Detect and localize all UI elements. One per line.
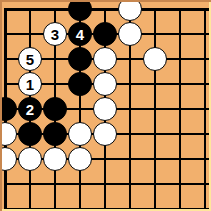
white-stone [93, 97, 117, 121]
white-stone [93, 47, 117, 71]
intersection [143, 72, 168, 97]
white-stone [43, 147, 67, 171]
white-stone: 1 [18, 72, 42, 96]
intersection [0, 47, 18, 72]
white-stone [18, 147, 42, 171]
white-stone [0, 147, 17, 171]
intersection [168, 122, 193, 147]
black-stone [68, 0, 92, 21]
intersection [93, 47, 118, 72]
intersection [43, 72, 68, 97]
intersection: 3 [43, 22, 68, 47]
intersection [168, 47, 193, 72]
black-stone: 4 [68, 22, 92, 46]
intersection [143, 172, 168, 197]
intersection [68, 147, 93, 172]
move-number-label: 3 [51, 26, 59, 41]
intersection [118, 172, 143, 197]
intersection [168, 97, 193, 122]
white-stone: 3 [43, 22, 67, 46]
white-stone [118, 0, 142, 21]
intersection [93, 72, 118, 97]
white-stone: 5 [18, 47, 42, 71]
intersection [68, 172, 93, 197]
move-number-label: 5 [26, 51, 34, 66]
white-stone [93, 122, 117, 146]
intersection [168, 72, 193, 97]
intersection [93, 172, 118, 197]
intersection [0, 172, 18, 197]
move-number-label: 1 [26, 76, 34, 91]
frame-edge-left [0, 0, 2, 211]
intersection [43, 0, 68, 22]
black-stone [43, 97, 67, 121]
intersection [143, 22, 168, 47]
black-stone [68, 47, 92, 71]
intersection [168, 22, 193, 47]
intersection [43, 97, 68, 122]
intersection [118, 22, 143, 47]
intersection [168, 147, 193, 172]
move-number-label: 4 [76, 26, 84, 41]
intersection [93, 122, 118, 147]
intersection [118, 72, 143, 97]
intersection [143, 0, 168, 22]
intersection [68, 122, 93, 147]
intersection [0, 22, 18, 47]
intersection [143, 122, 168, 147]
intersection [0, 97, 18, 122]
black-stone [68, 72, 92, 96]
intersection [0, 147, 18, 172]
move-number-label: 2 [26, 101, 34, 116]
white-stone [143, 47, 167, 71]
intersection [18, 0, 43, 22]
intersection [0, 122, 18, 147]
intersection [93, 147, 118, 172]
intersection: 4 [68, 22, 93, 47]
white-stone [68, 122, 92, 146]
intersection [118, 122, 143, 147]
intersection [68, 72, 93, 97]
intersection [18, 122, 43, 147]
intersection [118, 47, 143, 72]
white-stone [68, 147, 92, 171]
intersection [143, 47, 168, 72]
black-stone [18, 122, 42, 146]
frame-edge-right [209, 0, 211, 211]
intersection [0, 0, 18, 22]
intersection [143, 147, 168, 172]
intersection [43, 172, 68, 197]
intersection [168, 0, 193, 22]
intersection [168, 172, 193, 197]
intersection: 2 [18, 97, 43, 122]
intersection [43, 122, 68, 147]
intersection [118, 0, 143, 22]
black-stone [93, 22, 117, 46]
intersection [68, 97, 93, 122]
intersection [43, 47, 68, 72]
white-stone [93, 72, 117, 96]
frame-edge-bottom [0, 209, 211, 211]
intersection [93, 22, 118, 47]
intersection [93, 97, 118, 122]
black-stone [43, 122, 67, 146]
intersection [93, 0, 118, 22]
intersection [43, 147, 68, 172]
go-board-diagram: 34512 [0, 0, 211, 211]
go-board: 34512 [0, 0, 211, 211]
intersection [68, 0, 93, 22]
intersection [118, 97, 143, 122]
white-stone [118, 22, 142, 46]
intersection [68, 47, 93, 72]
black-stone [0, 97, 17, 121]
intersection [0, 72, 18, 97]
intersection [18, 172, 43, 197]
frame-edge-top [0, 0, 211, 2]
intersection [18, 22, 43, 47]
intersection [18, 147, 43, 172]
intersection: 5 [18, 47, 43, 72]
white-stone [0, 122, 17, 146]
intersection [143, 97, 168, 122]
intersection: 1 [18, 72, 43, 97]
intersection [118, 147, 143, 172]
black-stone: 2 [18, 97, 42, 121]
